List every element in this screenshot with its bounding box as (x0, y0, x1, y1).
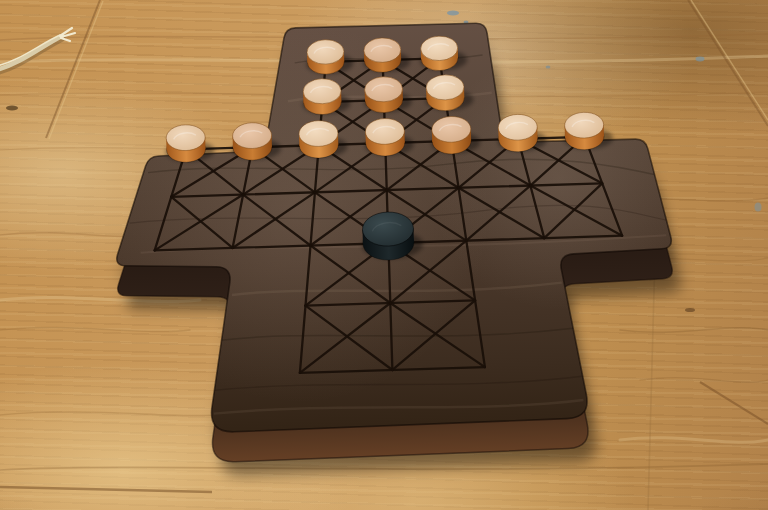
goose-piece[interactable] (165, 124, 215, 163)
table-surface (0, 0, 768, 510)
goose-piece[interactable] (497, 114, 547, 153)
twine-string (0, 28, 75, 72)
fox-and-geese-board (110, 16, 687, 479)
goose-piece[interactable] (563, 111, 613, 150)
scene-svg (0, 0, 768, 510)
